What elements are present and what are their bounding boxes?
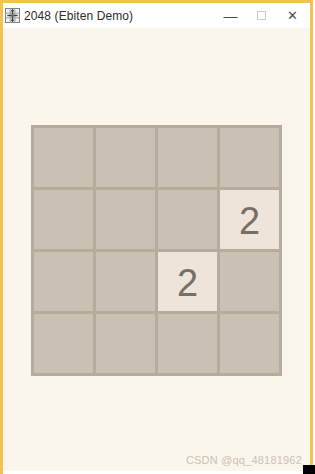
cell-r4c4	[220, 314, 279, 373]
resize-handle[interactable]	[303, 465, 315, 474]
screenshot-canvas: 2048 (Ebiten Demo) — ✕ 22 CSDN @qq_48181…	[0, 0, 315, 474]
cell-r3c4	[220, 252, 279, 311]
board: 22	[31, 125, 282, 376]
close-button[interactable]: ✕	[277, 3, 308, 28]
cell-r1c3	[158, 128, 217, 187]
cell-r1c4	[220, 128, 279, 187]
cell-r2c1	[34, 190, 93, 249]
cell-r3c1	[34, 252, 93, 311]
tile-2-r3c3: 2	[158, 252, 217, 311]
cell-r4c2	[96, 314, 155, 373]
cell-r1c1	[34, 128, 93, 187]
cell-r3c2	[96, 252, 155, 311]
window-titlebar[interactable]: 2048 (Ebiten Demo) — ✕	[3, 3, 310, 28]
app-move-grid-icon	[5, 8, 20, 23]
cell-r4c3	[158, 314, 217, 373]
cell-r2c3	[158, 190, 217, 249]
watermark-text: CSDN @qq_48181962	[186, 454, 302, 466]
cell-r2c2	[96, 190, 155, 249]
minimize-button[interactable]: —	[215, 3, 246, 28]
window-controls: — ✕	[215, 3, 308, 28]
cell-r4c1	[34, 314, 93, 373]
cell-r1c2	[96, 128, 155, 187]
maximize-square-icon	[257, 11, 266, 20]
maximize-button	[246, 3, 277, 28]
window-title: 2048 (Ebiten Demo)	[24, 9, 133, 23]
app-window: 2048 (Ebiten Demo) — ✕ 22 CSDN @qq_48181…	[3, 3, 310, 471]
tile-2-r2c4: 2	[220, 190, 279, 249]
